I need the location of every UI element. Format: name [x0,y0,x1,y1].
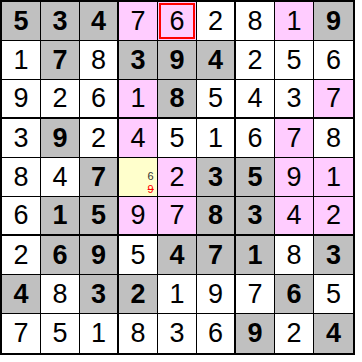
pencil-mark-empty [132,183,145,196]
cell-r1c9[interactable]: 9 [314,2,353,41]
cell-r8c6[interactable]: 9 [197,275,236,314]
cell-r1c6[interactable]: 2 [197,2,236,41]
cell-r4c4[interactable]: 4 [119,119,158,158]
cell-r6c1[interactable]: 6 [2,197,41,236]
cell-r6c2[interactable]: 1 [41,197,80,236]
cell-r5c5[interactable]: 2 [158,158,197,197]
cell-r8c3[interactable]: 3 [80,275,119,314]
pencil-mark-empty [132,171,145,184]
cell-r1c4[interactable]: 7 [119,2,158,41]
cell-r1c1[interactable]: 5 [2,2,41,41]
cell-r8c5[interactable]: 1 [158,275,197,314]
pencil-mark-empty [144,158,157,171]
cell-r1c2[interactable]: 3 [41,2,80,41]
cell-r4c6[interactable]: 1 [197,119,236,158]
cell-r7c5[interactable]: 4 [158,236,197,275]
cell-r6c4[interactable]: 9 [119,197,158,236]
cell-r4c8[interactable]: 7 [275,119,314,158]
cell-r9c4[interactable]: 8 [119,314,158,353]
cell-r2c7[interactable]: 2 [236,41,275,80]
cell-r2c1[interactable]: 1 [2,41,41,80]
cell-r5c3[interactable]: 7 [80,158,119,197]
sudoku-board: 5347628191783942569261854373924516788476… [0,0,355,355]
pencil-mark-empty [119,158,132,171]
cell-r4c3[interactable]: 2 [80,119,119,158]
cell-r9c8[interactable]: 2 [275,314,314,353]
cell-r4c1[interactable]: 3 [2,119,41,158]
cell-r9c5[interactable]: 3 [158,314,197,353]
cell-r6c7[interactable]: 3 [236,197,275,236]
cell-r8c2[interactable]: 8 [41,275,80,314]
cell-r2c8[interactable]: 5 [275,41,314,80]
cell-r4c7[interactable]: 6 [236,119,275,158]
cell-r9c3[interactable]: 1 [80,314,119,353]
cell-r3c2[interactable]: 2 [41,80,80,119]
cell-r3c9[interactable]: 7 [314,80,353,119]
cell-r4c9[interactable]: 8 [314,119,353,158]
cell-r9c2[interactable]: 5 [41,314,80,353]
cell-r8c9[interactable]: 5 [314,275,353,314]
cell-r9c6[interactable]: 6 [197,314,236,353]
cell-r5c8[interactable]: 9 [275,158,314,197]
cell-r4c2[interactable]: 9 [41,119,80,158]
cell-r5c6[interactable]: 3 [197,158,236,197]
cell-r7c6[interactable]: 7 [197,236,236,275]
cell-r5c7[interactable]: 5 [236,158,275,197]
cell-r6c8[interactable]: 4 [275,197,314,236]
pencil-mark-candidate: 6 [144,171,157,184]
cell-r3c7[interactable]: 4 [236,80,275,119]
cell-r8c8[interactable]: 6 [275,275,314,314]
cell-r2c4[interactable]: 3 [119,41,158,80]
pencil-mark-empty [132,158,145,171]
cell-r7c8[interactable]: 8 [275,236,314,275]
cell-r5c2[interactable]: 4 [41,158,80,197]
cell-r9c1[interactable]: 7 [2,314,41,353]
pencil-mark-eliminated: 9 [144,183,157,196]
cell-r3c3[interactable]: 6 [80,80,119,119]
cell-r3c8[interactable]: 3 [275,80,314,119]
cell-r2c9[interactable]: 6 [314,41,353,80]
cell-r3c6[interactable]: 5 [197,80,236,119]
cell-r6c5[interactable]: 7 [158,197,197,236]
cell-r2c5[interactable]: 9 [158,41,197,80]
cell-r9c7[interactable]: 9 [236,314,275,353]
cell-r7c9[interactable]: 3 [314,236,353,275]
pencil-mark-empty [119,171,132,184]
pencil-mark-empty [119,183,132,196]
cell-r7c1[interactable]: 2 [2,236,41,275]
cell-r8c1[interactable]: 4 [2,275,41,314]
cell-r7c3[interactable]: 9 [80,236,119,275]
pencil-marks: 69 [119,158,157,196]
cell-r8c7[interactable]: 7 [236,275,275,314]
cell-r1c3[interactable]: 4 [80,2,119,41]
cell-r2c2[interactable]: 7 [41,41,80,80]
cell-r5c4[interactable]: 69 [119,158,158,197]
cell-r4c5[interactable]: 5 [158,119,197,158]
cell-r8c4[interactable]: 2 [119,275,158,314]
cell-r1c7[interactable]: 8 [236,2,275,41]
cell-r1c5[interactable]: 6 [158,2,197,41]
cell-r7c2[interactable]: 6 [41,236,80,275]
cell-r6c9[interactable]: 2 [314,197,353,236]
cell-r7c4[interactable]: 5 [119,236,158,275]
cell-r7c7[interactable]: 1 [236,236,275,275]
cell-r5c1[interactable]: 8 [2,158,41,197]
cell-r2c3[interactable]: 8 [80,41,119,80]
cell-r3c1[interactable]: 9 [2,80,41,119]
cell-r6c6[interactable]: 8 [197,197,236,236]
cell-r5c9[interactable]: 1 [314,158,353,197]
cell-r3c5[interactable]: 8 [158,80,197,119]
cell-r9c9[interactable]: 4 [314,314,353,353]
cell-r3c4[interactable]: 1 [119,80,158,119]
cell-r2c6[interactable]: 4 [197,41,236,80]
cell-r6c3[interactable]: 5 [80,197,119,236]
cell-r1c8[interactable]: 1 [275,2,314,41]
